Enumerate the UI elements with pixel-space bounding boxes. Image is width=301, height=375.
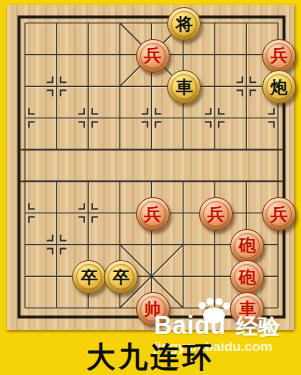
piece-red-general[interactable]: 帅 [136, 292, 170, 326]
puzzle-title: 大九连环 [0, 338, 301, 375]
piece-red-soldier[interactable]: 兵 [199, 197, 233, 231]
piece-black-soldier[interactable]: 卒 [104, 260, 138, 294]
piece-red-soldier[interactable]: 兵 [262, 39, 296, 73]
screenshot-stage: 将兵兵車炮兵兵兵砲卒卒砲帅車 Baidu经验 jingyan.baidu.com… [0, 0, 301, 375]
piece-red-soldier[interactable]: 兵 [136, 197, 170, 231]
piece-red-cannon[interactable]: 砲 [230, 229, 264, 263]
xiangqi-board[interactable]: 将兵兵車炮兵兵兵砲卒卒砲帅車 [7, 5, 294, 330]
piece-red-soldier[interactable]: 兵 [262, 197, 296, 231]
piece-red-soldier[interactable]: 兵 [136, 39, 170, 73]
piece-black-general[interactable]: 将 [167, 7, 201, 41]
